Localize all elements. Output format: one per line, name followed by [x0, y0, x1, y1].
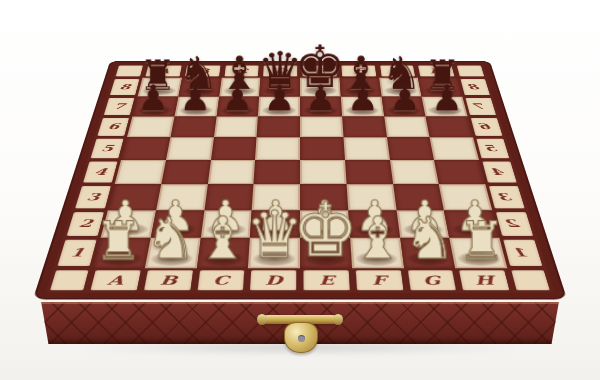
clasp-pendant[interactable] [284, 322, 318, 353]
label-tile: 7 [465, 98, 496, 115]
square-f5[interactable] [343, 137, 389, 160]
rank-label-cell-4-right: 4 [479, 160, 521, 184]
piece-black-pawn[interactable]: ♟ [263, 80, 295, 116]
label-tile: C [197, 270, 245, 290]
piece-black-pawn[interactable]: ♟ [221, 80, 253, 116]
square-d4[interactable] [254, 160, 300, 184]
square-h1[interactable]: ♜ [450, 238, 508, 268]
rank-label: 6 [480, 123, 494, 131]
corner-tile-blank [511, 270, 550, 290]
file-label: D [265, 274, 283, 286]
label-tile: G [407, 270, 456, 290]
file-label: G [422, 274, 441, 286]
square-e5[interactable] [300, 137, 345, 160]
label-tile: A [90, 270, 140, 290]
label-tile: 1 [503, 240, 542, 266]
file-label: F [371, 274, 386, 286]
piece-black-pawn[interactable]: ♟ [138, 80, 170, 116]
rank-label: 8 [119, 83, 132, 90]
file-label-cell-c-bottom: C [193, 268, 248, 293]
label-tile: 1 [57, 240, 96, 266]
piece-white-knight[interactable]: ♞ [404, 210, 456, 268]
square-d6[interactable] [257, 116, 300, 137]
file-label: E [319, 274, 335, 286]
corner-tile [46, 268, 93, 293]
square-c1[interactable]: ♝ [196, 238, 250, 268]
label-tile: 5 [476, 139, 509, 159]
square-g1[interactable]: ♞ [400, 238, 456, 268]
piece-black-pawn[interactable]: ♟ [431, 80, 463, 116]
square-f4[interactable] [345, 160, 393, 184]
square-h5[interactable] [430, 137, 479, 160]
square-b4[interactable] [161, 160, 210, 184]
square-c7[interactable]: ♟ [216, 96, 259, 116]
square-e4[interactable] [300, 160, 346, 184]
square-a1[interactable]: ♜ [93, 238, 151, 268]
square-e6[interactable] [300, 116, 343, 137]
file-label-cell-a-bottom: A [86, 268, 144, 293]
label-tile: 3 [489, 186, 525, 208]
label-tile: D [250, 270, 296, 290]
file-label-cell-e-bottom: E [300, 268, 353, 293]
rank-label: 4 [93, 167, 108, 176]
rank-label: 7 [113, 102, 126, 110]
rank-label: 5 [100, 144, 114, 153]
square-h7[interactable]: ♟ [422, 96, 468, 116]
rank-label-cell-1-right: 1 [499, 238, 546, 268]
rank-label-cell-5-right: 5 [473, 137, 513, 160]
rank-label: 7 [474, 102, 487, 110]
piece-white-knight[interactable]: ♞ [145, 210, 197, 268]
file-label: B [159, 274, 178, 286]
square-e1[interactable]: ♚ [300, 238, 352, 268]
rank-label-cell-5-left: 5 [87, 137, 127, 160]
file-label-cell-d-bottom: D [247, 268, 300, 293]
file-label: H [473, 274, 495, 286]
square-c4[interactable] [207, 160, 255, 184]
piece-white-rook[interactable]: ♜ [95, 214, 143, 267]
rank-label-cell-4-left: 4 [79, 160, 121, 184]
piece-white-bishop[interactable]: ♝ [352, 210, 404, 268]
square-c5[interactable] [211, 137, 257, 160]
label-tile: E [303, 270, 349, 290]
square-g5[interactable] [387, 137, 435, 160]
rank-label: 1 [514, 247, 531, 258]
square-e7[interactable]: ♟ [300, 96, 342, 116]
file-label-cell-b-bottom: B [140, 268, 197, 293]
rank-label-cell-7-right: 7 [462, 96, 499, 116]
square-h4[interactable] [434, 160, 485, 184]
square-d7[interactable]: ♟ [258, 96, 300, 116]
square-h6[interactable] [426, 116, 473, 137]
square-a5[interactable] [121, 137, 170, 160]
square-a7[interactable]: ♟ [132, 96, 178, 116]
square-b1[interactable]: ♞ [145, 238, 201, 268]
file-label-cell-f-bottom: F [352, 268, 407, 293]
corner-tile [507, 268, 554, 293]
rank-label: 5 [486, 144, 500, 153]
rank-label: 6 [107, 123, 121, 131]
square-b6[interactable] [170, 116, 216, 137]
rank-label-cell-6-right: 6 [468, 116, 506, 137]
piece-white-rook[interactable]: ♜ [457, 214, 505, 267]
file-label: C [212, 274, 229, 286]
label-tile: 8 [460, 79, 490, 95]
square-b7[interactable]: ♟ [174, 96, 218, 116]
label-tile: B [144, 270, 193, 290]
piece-black-pawn[interactable]: ♟ [179, 80, 211, 116]
label-tile: 4 [83, 162, 117, 183]
label-tile: 5 [90, 139, 123, 159]
rank-label: 2 [506, 219, 522, 230]
label-tile: H [459, 270, 509, 290]
piece-black-pawn[interactable]: ♟ [305, 80, 337, 116]
piece-white-bishop[interactable]: ♝ [196, 210, 248, 268]
file-label-cell-g-bottom: G [404, 268, 461, 293]
label-tile: 4 [482, 162, 516, 183]
rank-label: 2 [78, 219, 94, 230]
label-tile: F [355, 270, 403, 290]
square-d5[interactable] [255, 137, 300, 160]
square-g4[interactable] [390, 160, 439, 184]
label-tile: 7 [104, 98, 135, 115]
file-label: A [107, 274, 125, 286]
rank-label: 3 [499, 192, 514, 202]
square-c6[interactable] [213, 116, 258, 137]
rank-label: 1 [69, 247, 86, 258]
rank-label: 4 [492, 167, 507, 176]
board-grid: ABCDEFGH8♜♞♝♛♚♝♞♜87♟♟♟♟♟♟♟♟7665544332♟♟♟… [46, 64, 555, 292]
square-g7[interactable]: ♟ [381, 96, 425, 116]
rank-label: 3 [86, 192, 101, 202]
square-f7[interactable]: ♟ [341, 96, 384, 116]
file-label-cell-h-bottom: H [455, 268, 513, 293]
square-f1[interactable]: ♝ [350, 238, 404, 268]
label-tile: 6 [97, 118, 129, 136]
square-a4[interactable] [115, 160, 166, 184]
corner-tile-blank [50, 270, 89, 290]
square-f6[interactable] [342, 116, 387, 137]
rank-label-cell-6-left: 6 [94, 116, 132, 137]
piece-black-pawn[interactable]: ♟ [347, 80, 379, 116]
label-tile: 8 [110, 79, 140, 95]
chess-board: ABCDEFGH8♜♞♝♛♚♝♞♜87♟♟♟♟♟♟♟♟7665544332♟♟♟… [36, 62, 565, 298]
square-g6[interactable] [384, 116, 430, 137]
piece-black-pawn[interactable]: ♟ [389, 80, 421, 116]
photo-background: ABCDEFGH8♜♞♝♛♚♝♞♜87♟♟♟♟♟♟♟♟7665544332♟♟♟… [0, 0, 600, 380]
rank-label: 8 [469, 83, 482, 90]
piece-white-king[interactable]: ♚ [293, 193, 359, 267]
label-tile: 6 [471, 118, 503, 136]
square-a6[interactable] [127, 116, 174, 137]
square-b5[interactable] [166, 137, 214, 160]
